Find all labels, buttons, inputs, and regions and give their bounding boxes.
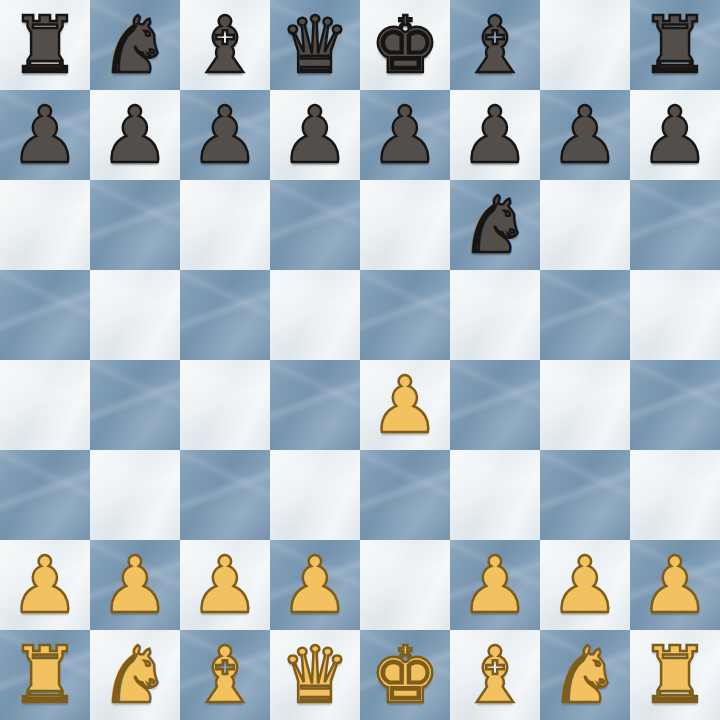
white-bishop[interactable]: ♝ [190, 630, 260, 720]
square-a4[interactable] [0, 360, 90, 450]
square-h7[interactable]: ♟ [630, 90, 720, 180]
square-g5[interactable] [540, 270, 630, 360]
square-a1[interactable]: ♜ [0, 630, 90, 720]
square-b5[interactable] [90, 270, 180, 360]
white-knight[interactable]: ♞ [550, 630, 620, 720]
black-rook[interactable]: ♜ [640, 0, 710, 90]
white-pawn[interactable]: ♟ [100, 540, 170, 630]
square-f4[interactable] [450, 360, 540, 450]
square-c7[interactable]: ♟ [180, 90, 270, 180]
white-pawn[interactable]: ♟ [280, 540, 350, 630]
square-h8[interactable]: ♜ [630, 0, 720, 90]
black-pawn[interactable]: ♟ [100, 90, 170, 180]
square-h2[interactable]: ♟ [630, 540, 720, 630]
black-pawn[interactable]: ♟ [640, 90, 710, 180]
white-pawn[interactable]: ♟ [10, 540, 80, 630]
square-d7[interactable]: ♟ [270, 90, 360, 180]
square-g2[interactable]: ♟ [540, 540, 630, 630]
white-pawn[interactable]: ♟ [640, 540, 710, 630]
black-pawn[interactable]: ♟ [280, 90, 350, 180]
chess-board-wrap: ♜♞♝♛♚♝♜♟♟♟♟♟♟♟♟♞♟♟♟♟♟♟♟♟♜♞♝♛♚♝♞♜ [0, 0, 720, 720]
white-pawn[interactable]: ♟ [460, 540, 530, 630]
black-pawn[interactable]: ♟ [370, 90, 440, 180]
square-b3[interactable] [90, 450, 180, 540]
square-f2[interactable]: ♟ [450, 540, 540, 630]
square-g3[interactable] [540, 450, 630, 540]
square-e2[interactable] [360, 540, 450, 630]
square-e8[interactable]: ♚ [360, 0, 450, 90]
square-g7[interactable]: ♟ [540, 90, 630, 180]
square-d6[interactable] [270, 180, 360, 270]
square-f7[interactable]: ♟ [450, 90, 540, 180]
square-d2[interactable]: ♟ [270, 540, 360, 630]
square-c5[interactable] [180, 270, 270, 360]
square-h1[interactable]: ♜ [630, 630, 720, 720]
black-knight[interactable]: ♞ [100, 0, 170, 90]
white-rook[interactable]: ♜ [640, 630, 710, 720]
square-b2[interactable]: ♟ [90, 540, 180, 630]
black-pawn[interactable]: ♟ [10, 90, 80, 180]
square-g8[interactable] [540, 0, 630, 90]
square-g4[interactable] [540, 360, 630, 450]
square-e1[interactable]: ♚ [360, 630, 450, 720]
square-d4[interactable] [270, 360, 360, 450]
square-g6[interactable] [540, 180, 630, 270]
square-e4[interactable]: ♟ [360, 360, 450, 450]
square-h5[interactable] [630, 270, 720, 360]
square-c3[interactable] [180, 450, 270, 540]
square-c4[interactable] [180, 360, 270, 450]
white-pawn[interactable]: ♟ [370, 360, 440, 450]
square-c8[interactable]: ♝ [180, 0, 270, 90]
square-f1[interactable]: ♝ [450, 630, 540, 720]
square-f8[interactable]: ♝ [450, 0, 540, 90]
square-a3[interactable] [0, 450, 90, 540]
square-d1[interactable]: ♛ [270, 630, 360, 720]
square-a7[interactable]: ♟ [0, 90, 90, 180]
square-h4[interactable] [630, 360, 720, 450]
square-c6[interactable] [180, 180, 270, 270]
square-a6[interactable] [0, 180, 90, 270]
square-b7[interactable]: ♟ [90, 90, 180, 180]
square-e7[interactable]: ♟ [360, 90, 450, 180]
square-e5[interactable] [360, 270, 450, 360]
square-f5[interactable] [450, 270, 540, 360]
square-a5[interactable] [0, 270, 90, 360]
square-a8[interactable]: ♜ [0, 0, 90, 90]
white-pawn[interactable]: ♟ [550, 540, 620, 630]
black-pawn[interactable]: ♟ [550, 90, 620, 180]
black-pawn[interactable]: ♟ [460, 90, 530, 180]
white-knight[interactable]: ♞ [100, 630, 170, 720]
square-a2[interactable]: ♟ [0, 540, 90, 630]
square-c1[interactable]: ♝ [180, 630, 270, 720]
square-b1[interactable]: ♞ [90, 630, 180, 720]
square-b6[interactable] [90, 180, 180, 270]
white-rook[interactable]: ♜ [10, 630, 80, 720]
chess-board: ♜♞♝♛♚♝♜♟♟♟♟♟♟♟♟♞♟♟♟♟♟♟♟♟♜♞♝♛♚♝♞♜ [0, 0, 720, 720]
square-e3[interactable] [360, 450, 450, 540]
white-king[interactable]: ♚ [370, 630, 440, 720]
square-f3[interactable] [450, 450, 540, 540]
square-d5[interactable] [270, 270, 360, 360]
square-b8[interactable]: ♞ [90, 0, 180, 90]
black-king[interactable]: ♚ [370, 0, 440, 90]
square-h6[interactable] [630, 180, 720, 270]
square-f6[interactable]: ♞ [450, 180, 540, 270]
black-queen[interactable]: ♛ [280, 0, 350, 90]
black-pawn[interactable]: ♟ [190, 90, 260, 180]
black-bishop[interactable]: ♝ [190, 0, 260, 90]
square-e6[interactable] [360, 180, 450, 270]
square-h3[interactable] [630, 450, 720, 540]
black-rook[interactable]: ♜ [10, 0, 80, 90]
square-b4[interactable] [90, 360, 180, 450]
white-bishop[interactable]: ♝ [460, 630, 530, 720]
square-d8[interactable]: ♛ [270, 0, 360, 90]
square-g1[interactable]: ♞ [540, 630, 630, 720]
white-pawn[interactable]: ♟ [190, 540, 260, 630]
black-knight[interactable]: ♞ [460, 180, 530, 270]
white-queen[interactable]: ♛ [280, 630, 350, 720]
square-c2[interactable]: ♟ [180, 540, 270, 630]
square-d3[interactable] [270, 450, 360, 540]
black-bishop[interactable]: ♝ [460, 0, 530, 90]
